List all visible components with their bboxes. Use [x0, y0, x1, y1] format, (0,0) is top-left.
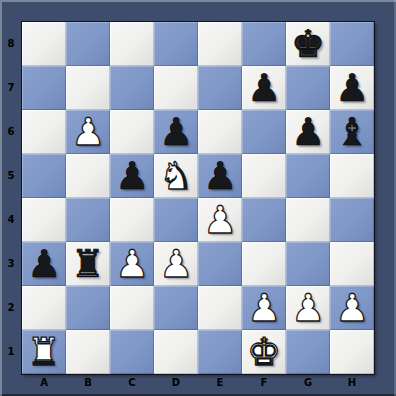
square-g6[interactable]: ♟: [286, 110, 330, 154]
square-b7[interactable]: [66, 66, 110, 110]
white-pawn-d3[interactable]: ♟: [159, 242, 193, 286]
square-h7[interactable]: ♟: [330, 66, 374, 110]
square-c6[interactable]: [110, 110, 154, 154]
black-pawn-e5[interactable]: ♟: [203, 154, 237, 198]
square-f8[interactable]: [242, 22, 286, 66]
white-knight-d5[interactable]: ♞: [159, 154, 193, 198]
square-g3[interactable]: [286, 242, 330, 286]
square-b3[interactable]: ♜: [66, 242, 110, 286]
square-e7[interactable]: [198, 66, 242, 110]
black-rook-b3[interactable]: ♜: [71, 242, 105, 286]
square-b2[interactable]: [66, 286, 110, 330]
rank-label-2: 2: [0, 286, 22, 330]
rank-label-8: 8: [0, 22, 22, 66]
square-b8[interactable]: [66, 22, 110, 66]
square-b5[interactable]: [66, 154, 110, 198]
square-h5[interactable]: [330, 154, 374, 198]
black-bishop-h6[interactable]: ♝: [335, 110, 369, 154]
square-c4[interactable]: [110, 198, 154, 242]
square-d3[interactable]: ♟: [154, 242, 198, 286]
square-e8[interactable]: [198, 22, 242, 66]
square-e2[interactable]: [198, 286, 242, 330]
black-pawn-a3[interactable]: ♟: [27, 242, 61, 286]
square-a7[interactable]: [22, 66, 66, 110]
square-a4[interactable]: [22, 198, 66, 242]
square-f4[interactable]: [242, 198, 286, 242]
square-c5[interactable]: ♟: [110, 154, 154, 198]
square-e3[interactable]: [198, 242, 242, 286]
rank-label-7: 7: [0, 66, 22, 110]
square-c2[interactable]: [110, 286, 154, 330]
white-pawn-h2[interactable]: ♟: [335, 286, 369, 330]
square-b6[interactable]: ♟: [66, 110, 110, 154]
square-c1[interactable]: [110, 330, 154, 374]
square-h6[interactable]: ♝: [330, 110, 374, 154]
white-pawn-b6[interactable]: ♟: [71, 110, 105, 154]
white-rook-a1[interactable]: ♜: [27, 330, 61, 374]
file-label-g: G: [286, 374, 330, 396]
black-pawn-h7[interactable]: ♟: [335, 66, 369, 110]
square-h4[interactable]: [330, 198, 374, 242]
square-h3[interactable]: [330, 242, 374, 286]
file-label-b: B: [66, 374, 110, 396]
rank-label-4: 4: [0, 198, 22, 242]
square-c8[interactable]: [110, 22, 154, 66]
square-f5[interactable]: [242, 154, 286, 198]
square-f7[interactable]: ♟: [242, 66, 286, 110]
square-g4[interactable]: [286, 198, 330, 242]
square-d6[interactable]: ♟: [154, 110, 198, 154]
square-h2[interactable]: ♟: [330, 286, 374, 330]
file-label-h: H: [330, 374, 374, 396]
square-a6[interactable]: [22, 110, 66, 154]
file-label-c: C: [110, 374, 154, 396]
file-label-e: E: [198, 374, 242, 396]
square-e6[interactable]: [198, 110, 242, 154]
white-king-f1[interactable]: ♚: [247, 330, 281, 374]
white-pawn-e4[interactable]: ♟: [203, 198, 237, 242]
square-c7[interactable]: [110, 66, 154, 110]
square-d4[interactable]: [154, 198, 198, 242]
square-d1[interactable]: [154, 330, 198, 374]
square-b4[interactable]: [66, 198, 110, 242]
black-pawn-f7[interactable]: ♟: [247, 66, 281, 110]
white-pawn-g2[interactable]: ♟: [291, 286, 325, 330]
square-d8[interactable]: [154, 22, 198, 66]
square-a5[interactable]: [22, 154, 66, 198]
square-d7[interactable]: [154, 66, 198, 110]
square-f3[interactable]: [242, 242, 286, 286]
square-h1[interactable]: [330, 330, 374, 374]
file-label-f: F: [242, 374, 286, 396]
black-pawn-c5[interactable]: ♟: [115, 154, 149, 198]
white-pawn-f2[interactable]: ♟: [247, 286, 281, 330]
square-f1[interactable]: ♚: [242, 330, 286, 374]
square-g8[interactable]: ♚: [286, 22, 330, 66]
square-c3[interactable]: ♟: [110, 242, 154, 286]
square-e1[interactable]: [198, 330, 242, 374]
square-g1[interactable]: [286, 330, 330, 374]
square-e4[interactable]: ♟: [198, 198, 242, 242]
square-d2[interactable]: [154, 286, 198, 330]
board-grid: ♚♟♟♟♟♟♝♟♞♟♟♟♜♟♟♟♟♟♜♚: [22, 22, 374, 374]
black-king-g8[interactable]: ♚: [291, 22, 325, 66]
square-g7[interactable]: [286, 66, 330, 110]
square-g5[interactable]: [286, 154, 330, 198]
rank-label-3: 3: [0, 242, 22, 286]
square-a1[interactable]: ♜: [22, 330, 66, 374]
white-pawn-c3[interactable]: ♟: [115, 242, 149, 286]
square-f6[interactable]: [242, 110, 286, 154]
file-label-a: A: [22, 374, 66, 396]
black-pawn-g6[interactable]: ♟: [291, 110, 325, 154]
rank-label-6: 6: [0, 110, 22, 154]
square-a8[interactable]: [22, 22, 66, 66]
square-a2[interactable]: [22, 286, 66, 330]
black-pawn-d6[interactable]: ♟: [159, 110, 193, 154]
square-b1[interactable]: [66, 330, 110, 374]
board-frame: ♚♟♟♟♟♟♝♟♞♟♟♟♜♟♟♟♟♟♜♚ 87654321 ABCDEFGH: [0, 0, 396, 396]
square-e5[interactable]: ♟: [198, 154, 242, 198]
rank-label-5: 5: [0, 154, 22, 198]
square-g2[interactable]: ♟: [286, 286, 330, 330]
file-label-d: D: [154, 374, 198, 396]
square-d5[interactable]: ♞: [154, 154, 198, 198]
square-f2[interactable]: ♟: [242, 286, 286, 330]
square-a3[interactable]: ♟: [22, 242, 66, 286]
rank-label-1: 1: [0, 330, 22, 374]
square-h8[interactable]: [330, 22, 374, 66]
